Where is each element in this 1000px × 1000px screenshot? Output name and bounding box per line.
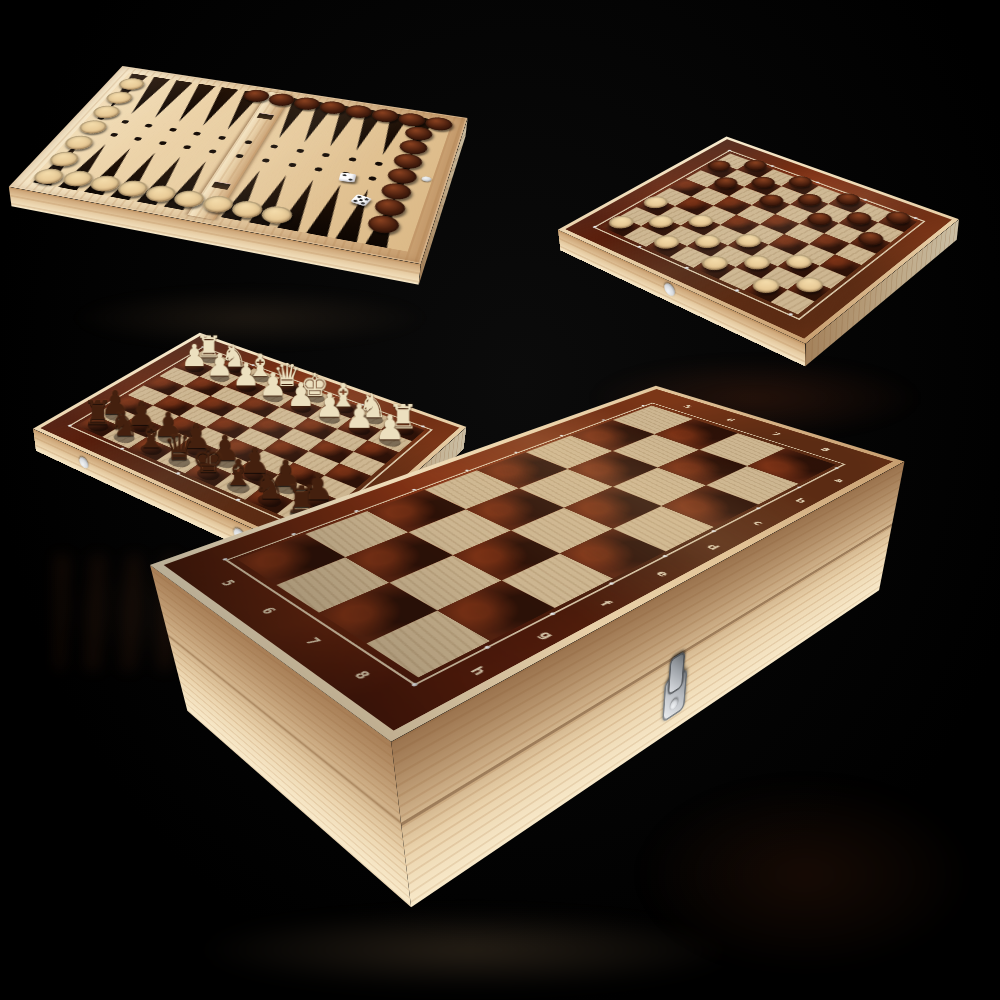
- closed-box-view: 55667788hgfedcba: [150, 355, 980, 935]
- checkers-board-view: [560, 95, 960, 395]
- die: [339, 172, 357, 182]
- checkers-board-top: [558, 136, 959, 343]
- chess-piece-dark: ♞: [109, 407, 139, 441]
- backgammon-board-view: [40, 15, 460, 325]
- checkers-board: [560, 155, 956, 366]
- closed-box: 55667788hgfedcba: [187, 500, 879, 907]
- clasp-ring: [664, 281, 675, 298]
- product-photo-scene: ♜♞♝♛♚♝♞♜♟♟♟♟♟♟♟♟♟♟♟♟♟♟♟♟♜♞♝♛♚♝♞♜ 5566778…: [0, 0, 1000, 1000]
- clasp-ring: [79, 455, 89, 470]
- backgammon-board: [12, 83, 466, 285]
